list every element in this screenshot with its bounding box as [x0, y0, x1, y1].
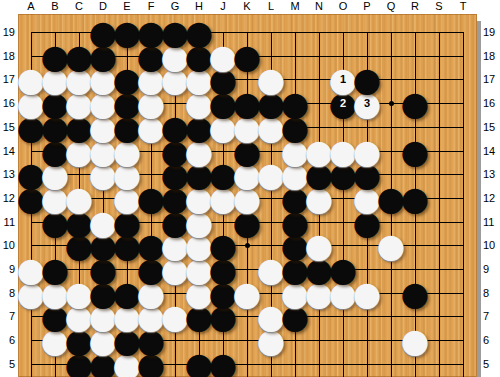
stone-black: ●: [283, 91, 307, 115]
stone-black: ●: [331, 257, 355, 281]
move-number: 1: [331, 67, 355, 91]
row-label: 17: [0, 72, 15, 86]
row-label: 5: [483, 357, 499, 371]
go-stone-glyph: ●: [353, 63, 382, 96]
stone-black: ●: [211, 352, 235, 376]
stone-white: ●: [235, 281, 259, 305]
stone-white: ●: [307, 139, 331, 163]
stone-white: ●: [355, 139, 379, 163]
stone-white: ●: [259, 162, 283, 186]
stone-white: ●: [259, 304, 283, 328]
stone-black: ●: [163, 20, 187, 44]
row-label: 6: [483, 333, 499, 347]
column-label: O: [331, 0, 355, 13]
stone-white: ●1: [331, 67, 355, 91]
stone-black: ●: [235, 44, 259, 68]
row-label: 18: [0, 49, 15, 63]
go-stone-glyph: ●: [401, 134, 430, 167]
stone-black: ●: [187, 20, 211, 44]
stone-black: ●: [211, 162, 235, 186]
row-label: 6: [0, 333, 15, 347]
stone-white: ●: [331, 139, 355, 163]
stone-black: ●: [163, 115, 187, 139]
row-label: 19: [0, 25, 15, 39]
stone-black: ●: [187, 352, 211, 376]
row-label: 12: [483, 191, 499, 205]
stone-white: ●: [307, 233, 331, 257]
stone-black: ●: [403, 139, 427, 163]
column-label: R: [403, 0, 427, 13]
grid-line: [463, 32, 464, 377]
row-label: 14: [483, 144, 499, 158]
stone-black: ●: [403, 281, 427, 305]
stone-white: ●: [259, 67, 283, 91]
column-label: T: [451, 0, 475, 13]
column-label: P: [355, 0, 379, 13]
column-label: F: [139, 0, 163, 13]
go-stone-glyph: ●: [401, 87, 430, 120]
column-label: C: [67, 0, 91, 13]
stone-white: ●: [355, 281, 379, 305]
stone-black: ●: [403, 186, 427, 210]
stone-black: ●: [139, 233, 163, 257]
row-label: 18: [483, 49, 499, 63]
go-stone-glyph: ●: [353, 134, 382, 167]
go-stone-glyph: ●: [401, 181, 430, 214]
row-label: 15: [483, 120, 499, 134]
row-label: 12: [0, 191, 15, 205]
star-point: [389, 101, 394, 106]
go-stone-glyph: ●: [401, 324, 430, 357]
row-label: 13: [0, 167, 15, 181]
stone-black: ●: [139, 186, 163, 210]
column-label: G: [163, 0, 187, 13]
row-label: 11: [0, 215, 15, 229]
stone-black: ●: [139, 20, 163, 44]
row-label: 16: [0, 96, 15, 110]
column-label: A: [19, 0, 43, 13]
stone-black: ●: [43, 257, 67, 281]
star-point: [245, 243, 250, 248]
column-label: N: [307, 0, 331, 13]
column-label: K: [235, 0, 259, 13]
column-label: S: [427, 0, 451, 13]
row-label: 13: [483, 167, 499, 181]
go-stone-glyph: ●: [401, 276, 430, 309]
row-label: 15: [0, 120, 15, 134]
go-board[interactable]: ●●●●●●●●●●●●●●●●●●●●●●●●●●●●●●●●●●●●●●●●…: [18, 14, 477, 377]
row-label: 16: [483, 96, 499, 110]
stone-white: ●: [211, 44, 235, 68]
row-label: 9: [483, 262, 499, 276]
stone-black: ●: [355, 67, 379, 91]
column-label: E: [115, 0, 139, 13]
column-label: D: [91, 0, 115, 13]
stone-white: ●: [19, 67, 43, 91]
stone-white: ●: [259, 257, 283, 281]
stone-black: ●: [67, 44, 91, 68]
row-label: 10: [0, 238, 15, 252]
row-label: 8: [0, 286, 15, 300]
row-label: 14: [0, 144, 15, 158]
row-label: 10: [483, 238, 499, 252]
column-label: B: [43, 0, 67, 13]
stone-black: ●: [235, 91, 259, 115]
row-label: 7: [483, 309, 499, 323]
stone-black: ●: [115, 281, 139, 305]
stone-white: ●: [67, 186, 91, 210]
row-label: 7: [0, 309, 15, 323]
stone-black: ●: [115, 20, 139, 44]
stone-white: ●: [91, 210, 115, 234]
row-label: 9: [0, 262, 15, 276]
go-stone-glyph: ●: [209, 347, 238, 377]
column-label: Q: [379, 0, 403, 13]
column-label: J: [211, 0, 235, 13]
row-label: 17: [483, 72, 499, 86]
column-label: H: [187, 0, 211, 13]
row-label: 5: [0, 357, 15, 371]
column-label: M: [283, 0, 307, 13]
stone-white: ●: [403, 328, 427, 352]
stone-black: ●: [43, 44, 67, 68]
stone-black: ●: [115, 67, 139, 91]
row-label: 19: [483, 25, 499, 39]
go-stone-glyph: ●: [185, 16, 214, 49]
grid-line: [439, 32, 440, 377]
stone-black: ●: [211, 233, 235, 257]
stone-black: ●: [19, 162, 43, 186]
stone-black: ●: [91, 20, 115, 44]
row-label: 11: [483, 215, 499, 229]
stone-white: ●: [67, 281, 91, 305]
go-stone-glyph: ●: [233, 39, 262, 72]
column-label: L: [259, 0, 283, 13]
row-label: 8: [483, 286, 499, 300]
stone-black: ●: [379, 186, 403, 210]
stone-white: ●: [379, 233, 403, 257]
stone-black: ●: [403, 91, 427, 115]
stone-white: ●: [163, 304, 187, 328]
stone-white: ●: [19, 257, 43, 281]
